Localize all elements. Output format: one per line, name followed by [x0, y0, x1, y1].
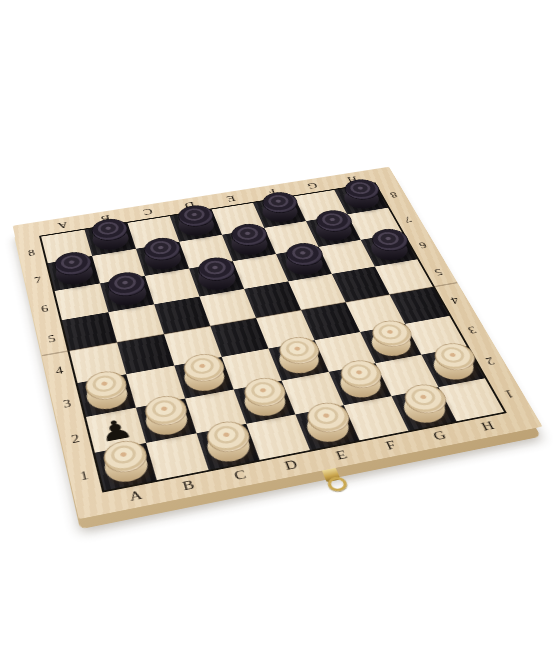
- checker-light[interactable]: [83, 378, 130, 413]
- checker-light[interactable]: [301, 409, 353, 445]
- checker-light[interactable]: [335, 367, 386, 401]
- checker-light[interactable]: [239, 385, 289, 420]
- checker-light[interactable]: [101, 447, 151, 485]
- checker-light[interactable]: [274, 344, 323, 377]
- checker-light[interactable]: [202, 428, 253, 465]
- checker-light[interactable]: [142, 403, 191, 439]
- checker-light[interactable]: [398, 391, 451, 426]
- product-photo-scene: ♟ ABCDEFGH ABCDEFGH 87654321 87654321: [0, 0, 553, 665]
- checker-light[interactable]: [427, 350, 478, 383]
- checker-light[interactable]: [366, 328, 415, 360]
- board: ♟ ABCDEFGH ABCDEFGH 87654321 87654321: [13, 167, 543, 520]
- checker-light[interactable]: [180, 361, 228, 395]
